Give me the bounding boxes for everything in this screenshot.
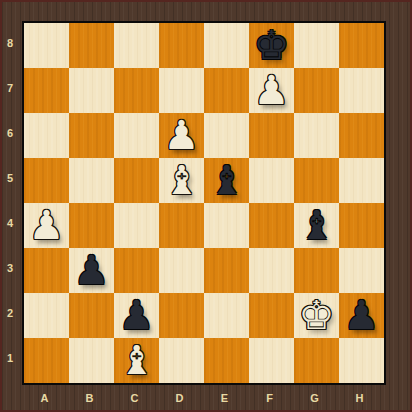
- square-d2[interactable]: [159, 293, 204, 338]
- square-b8[interactable]: [69, 23, 114, 68]
- file-label-b: B: [67, 386, 112, 410]
- square-g5[interactable]: [294, 158, 339, 203]
- square-b2[interactable]: [69, 293, 114, 338]
- piece-white-bishop[interactable]: ♝: [119, 338, 155, 383]
- square-b3[interactable]: ♟: [69, 248, 114, 293]
- square-a3[interactable]: [24, 248, 69, 293]
- square-d4[interactable]: [159, 203, 204, 248]
- square-d3[interactable]: [159, 248, 204, 293]
- square-h6[interactable]: [339, 113, 384, 158]
- piece-white-king[interactable]: ♚: [299, 293, 335, 338]
- file-label-f: F: [247, 386, 292, 410]
- piece-black-bishop[interactable]: ♝: [299, 203, 335, 248]
- rank-label-3: 3: [0, 246, 20, 291]
- square-b6[interactable]: [69, 113, 114, 158]
- piece-black-pawn[interactable]: ♟: [119, 293, 155, 338]
- square-f6[interactable]: [249, 113, 294, 158]
- square-h8[interactable]: [339, 23, 384, 68]
- square-g7[interactable]: [294, 68, 339, 113]
- square-h3[interactable]: [339, 248, 384, 293]
- piece-white-pawn[interactable]: ♟: [29, 203, 65, 248]
- piece-black-king[interactable]: ♚: [254, 23, 290, 68]
- square-c2[interactable]: ♟: [114, 293, 159, 338]
- square-d8[interactable]: [159, 23, 204, 68]
- file-label-e: E: [202, 386, 247, 410]
- square-f4[interactable]: [249, 203, 294, 248]
- square-a8[interactable]: [24, 23, 69, 68]
- file-label-g: G: [292, 386, 337, 410]
- file-label-a: A: [22, 386, 67, 410]
- square-b5[interactable]: [69, 158, 114, 203]
- piece-black-pawn[interactable]: ♟: [74, 248, 110, 293]
- square-a5[interactable]: [24, 158, 69, 203]
- square-g8[interactable]: [294, 23, 339, 68]
- square-a7[interactable]: [24, 68, 69, 113]
- square-b1[interactable]: [69, 338, 114, 383]
- square-g4[interactable]: ♝: [294, 203, 339, 248]
- rank-label-4: 4: [0, 201, 20, 246]
- square-d7[interactable]: [159, 68, 204, 113]
- square-g2[interactable]: ♚: [294, 293, 339, 338]
- square-h7[interactable]: [339, 68, 384, 113]
- rank-label-6: 6: [0, 111, 20, 156]
- chess-board: ♚♟♟♝♝♟♝♟♟♚♟♝: [22, 21, 386, 385]
- square-e1[interactable]: [204, 338, 249, 383]
- square-e4[interactable]: [204, 203, 249, 248]
- square-f2[interactable]: [249, 293, 294, 338]
- square-c5[interactable]: [114, 158, 159, 203]
- square-d1[interactable]: [159, 338, 204, 383]
- square-a1[interactable]: [24, 338, 69, 383]
- square-h2[interactable]: ♟: [339, 293, 384, 338]
- square-e2[interactable]: [204, 293, 249, 338]
- rank-label-1: 1: [0, 336, 20, 381]
- file-label-c: C: [112, 386, 157, 410]
- square-b7[interactable]: [69, 68, 114, 113]
- square-c4[interactable]: [114, 203, 159, 248]
- square-a2[interactable]: [24, 293, 69, 338]
- square-e7[interactable]: [204, 68, 249, 113]
- square-d6[interactable]: ♟: [159, 113, 204, 158]
- square-f7[interactable]: ♟: [249, 68, 294, 113]
- piece-white-bishop[interactable]: ♝: [164, 158, 200, 203]
- square-c6[interactable]: [114, 113, 159, 158]
- piece-black-pawn[interactable]: ♟: [344, 293, 380, 338]
- square-c1[interactable]: ♝: [114, 338, 159, 383]
- chessboard-app: ♚♟♟♝♝♟♝♟♟♚♟♝ 87654321ABCDEFGH: [0, 0, 412, 412]
- piece-black-bishop[interactable]: ♝: [209, 158, 245, 203]
- piece-white-pawn[interactable]: ♟: [164, 113, 200, 158]
- square-f3[interactable]: [249, 248, 294, 293]
- file-label-h: H: [337, 386, 382, 410]
- file-label-d: D: [157, 386, 202, 410]
- square-f8[interactable]: ♚: [249, 23, 294, 68]
- square-c3[interactable]: [114, 248, 159, 293]
- square-f1[interactable]: [249, 338, 294, 383]
- square-b4[interactable]: [69, 203, 114, 248]
- square-h4[interactable]: [339, 203, 384, 248]
- rank-label-2: 2: [0, 291, 20, 336]
- square-f5[interactable]: [249, 158, 294, 203]
- square-g6[interactable]: [294, 113, 339, 158]
- square-c7[interactable]: [114, 68, 159, 113]
- square-h5[interactable]: [339, 158, 384, 203]
- rank-label-7: 7: [0, 66, 20, 111]
- square-e8[interactable]: [204, 23, 249, 68]
- square-e5[interactable]: ♝: [204, 158, 249, 203]
- rank-label-8: 8: [0, 21, 20, 66]
- square-d5[interactable]: ♝: [159, 158, 204, 203]
- square-c8[interactable]: [114, 23, 159, 68]
- square-g1[interactable]: [294, 338, 339, 383]
- square-e3[interactable]: [204, 248, 249, 293]
- square-a6[interactable]: [24, 113, 69, 158]
- square-a4[interactable]: ♟: [24, 203, 69, 248]
- rank-label-5: 5: [0, 156, 20, 201]
- piece-white-pawn[interactable]: ♟: [254, 68, 290, 113]
- square-e6[interactable]: [204, 113, 249, 158]
- square-h1[interactable]: [339, 338, 384, 383]
- square-g3[interactable]: [294, 248, 339, 293]
